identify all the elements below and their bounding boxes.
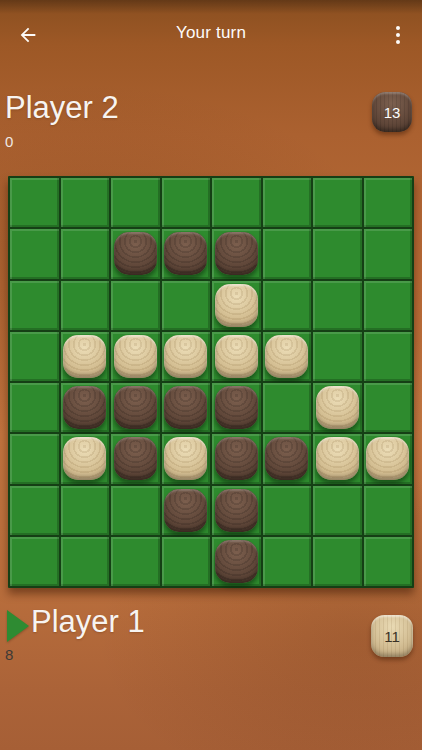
disc-dark — [63, 386, 106, 429]
player1-name: Player 1 — [31, 604, 145, 640]
disc-dark — [215, 437, 258, 480]
disc-dark — [215, 540, 258, 583]
board-cell-d7[interactable] — [162, 229, 211, 278]
disc-dark — [215, 489, 258, 532]
game-screen: Your turn Player 2 0 13 Player 1 8 11 — [0, 0, 422, 750]
board-cell-h1[interactable] — [364, 537, 413, 586]
board-cell-a5[interactable] — [10, 332, 59, 381]
board-cell-e2[interactable] — [212, 486, 261, 535]
board-cell-f6[interactable] — [263, 281, 312, 330]
board-cell-f5[interactable] — [263, 332, 312, 381]
board-cell-e6[interactable] — [212, 281, 261, 330]
menu-dot — [396, 33, 400, 37]
disc-light — [63, 335, 106, 378]
board-cell-d3[interactable] — [162, 434, 211, 483]
board-cell-g8[interactable] — [313, 178, 362, 227]
overflow-menu-button[interactable] — [382, 19, 414, 51]
board-cell-b7[interactable] — [61, 229, 110, 278]
board-cell-e7[interactable] — [212, 229, 261, 278]
board-cell-a6[interactable] — [10, 281, 59, 330]
board-cell-e4[interactable] — [212, 383, 261, 432]
turn-indicator-arrow — [7, 610, 29, 642]
board-cell-b1[interactable] — [61, 537, 110, 586]
player1-disc-count: 11 — [384, 628, 400, 645]
board-cell-f2[interactable] — [263, 486, 312, 535]
disc-dark — [215, 232, 258, 275]
board-cell-b5[interactable] — [61, 332, 110, 381]
board-cell-a3[interactable] — [10, 434, 59, 483]
board-cell-d4[interactable] — [162, 383, 211, 432]
disc-light — [63, 437, 106, 480]
board-cell-f1[interactable] — [263, 537, 312, 586]
board-cell-f8[interactable] — [263, 178, 312, 227]
player2-score: 0 — [5, 133, 13, 150]
board-cell-d5[interactable] — [162, 332, 211, 381]
disc-dark — [215, 386, 258, 429]
board-cell-b8[interactable] — [61, 178, 110, 227]
turn-status-title: Your turn — [0, 8, 422, 58]
disc-light — [215, 284, 258, 327]
board-cell-g6[interactable] — [313, 281, 362, 330]
board-cell-b3[interactable] — [61, 434, 110, 483]
player2-name: Player 2 — [5, 90, 119, 126]
board-cell-h7[interactable] — [364, 229, 413, 278]
board-cell-a4[interactable] — [10, 383, 59, 432]
player2-disc-count-badge: 13 — [372, 92, 412, 132]
disc-dark — [164, 386, 207, 429]
board-cell-h2[interactable] — [364, 486, 413, 535]
top-app-bar: Your turn — [0, 8, 422, 58]
board-cell-g3[interactable] — [313, 434, 362, 483]
board-cell-e1[interactable] — [212, 537, 261, 586]
board-cell-h4[interactable] — [364, 383, 413, 432]
disc-dark — [265, 437, 308, 480]
board-cell-e8[interactable] — [212, 178, 261, 227]
disc-light — [215, 335, 258, 378]
disc-dark — [114, 232, 157, 275]
board-cell-a8[interactable] — [10, 178, 59, 227]
disc-light — [114, 335, 157, 378]
disc-light — [164, 335, 207, 378]
disc-light — [164, 437, 207, 480]
board-cell-g4[interactable] — [313, 383, 362, 432]
board-cell-c6[interactable] — [111, 281, 160, 330]
board-cell-a7[interactable] — [10, 229, 59, 278]
board-cell-f7[interactable] — [263, 229, 312, 278]
board-cell-d1[interactable] — [162, 537, 211, 586]
board-cell-h3[interactable] — [364, 434, 413, 483]
board-cell-g5[interactable] — [313, 332, 362, 381]
disc-light — [366, 437, 409, 480]
board-cell-c3[interactable] — [111, 434, 160, 483]
board-cell-b6[interactable] — [61, 281, 110, 330]
board-cell-c5[interactable] — [111, 332, 160, 381]
menu-dot — [396, 40, 400, 44]
player1-disc-count-badge: 11 — [371, 615, 413, 657]
player1-score: 8 — [5, 646, 13, 663]
board-cell-e3[interactable] — [212, 434, 261, 483]
menu-dot — [396, 26, 400, 30]
board-cell-c4[interactable] — [111, 383, 160, 432]
board-cell-h8[interactable] — [364, 178, 413, 227]
board-cell-a2[interactable] — [10, 486, 59, 535]
board-cell-a1[interactable] — [10, 537, 59, 586]
disc-dark — [114, 437, 157, 480]
board-cell-f4[interactable] — [263, 383, 312, 432]
board-cell-c7[interactable] — [111, 229, 160, 278]
board-cell-d2[interactable] — [162, 486, 211, 535]
board-cell-b2[interactable] — [61, 486, 110, 535]
board-cell-g1[interactable] — [313, 537, 362, 586]
board-cell-b4[interactable] — [61, 383, 110, 432]
board-cell-c2[interactable] — [111, 486, 160, 535]
board-cell-h5[interactable] — [364, 332, 413, 381]
disc-dark — [164, 489, 207, 532]
board-cell-h6[interactable] — [364, 281, 413, 330]
othello-board[interactable] — [8, 176, 414, 588]
board-cell-c1[interactable] — [111, 537, 160, 586]
board-cell-e5[interactable] — [212, 332, 261, 381]
disc-light — [316, 437, 359, 480]
board-cell-g7[interactable] — [313, 229, 362, 278]
board-cell-g2[interactable] — [313, 486, 362, 535]
board-cell-c8[interactable] — [111, 178, 160, 227]
disc-light — [316, 386, 359, 429]
disc-dark — [164, 232, 207, 275]
board-cell-f3[interactable] — [263, 434, 312, 483]
disc-light — [265, 335, 308, 378]
player2-disc-count: 13 — [384, 104, 401, 121]
board-cell-d6[interactable] — [162, 281, 211, 330]
disc-dark — [114, 386, 157, 429]
board-cell-d8[interactable] — [162, 178, 211, 227]
